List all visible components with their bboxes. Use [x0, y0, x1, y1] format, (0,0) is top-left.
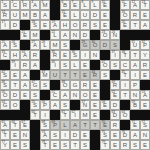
black-cell: [100, 80, 110, 90]
letter-cell[interactable]: 36S: [70, 50, 80, 60]
cell-letter: S: [61, 42, 69, 49]
letter-cell[interactable]: 4A: [30, 0, 40, 10]
black-cell: [0, 30, 10, 40]
letter-cell[interactable]: 69P: [50, 120, 60, 130]
letter-cell[interactable]: 71E: [130, 120, 140, 130]
letter-cell[interactable]: R: [120, 140, 130, 150]
letter-cell[interactable]: 61T: [60, 110, 70, 120]
cell-letter: T: [131, 22, 139, 29]
letter-cell[interactable]: 19A: [50, 20, 60, 30]
black-cell: [70, 100, 80, 110]
clue-number: 4: [32, 1, 34, 4]
letter-cell[interactable]: O: [10, 100, 20, 110]
cell-letter: E: [141, 72, 149, 79]
cell-letter: A: [131, 62, 139, 69]
letter-cell[interactable]: E: [10, 70, 20, 80]
clue-number: 51: [52, 91, 56, 94]
letter-cell[interactable]: E: [80, 60, 90, 70]
letter-cell[interactable]: 50O: [0, 90, 10, 100]
letter-cell[interactable]: S: [130, 140, 140, 150]
cell-letter: E: [21, 92, 29, 99]
clue-number: 17: [2, 21, 6, 24]
cell-letter: N: [131, 92, 139, 99]
letter-cell[interactable]: E: [90, 110, 100, 120]
black-cell: [10, 30, 20, 40]
letter-cell[interactable]: 56P: [40, 100, 50, 110]
letter-cell[interactable]: E: [100, 20, 110, 30]
letter-cell[interactable]: 35R: [50, 50, 60, 60]
letter-cell[interactable]: L: [70, 60, 80, 70]
letter-cell[interactable]: 59B: [130, 100, 140, 110]
cell-letter: S: [131, 142, 139, 149]
letter-cell[interactable]: A: [30, 60, 40, 70]
cell-letter: I: [41, 112, 49, 119]
letter-cell[interactable]: R: [130, 10, 140, 20]
cell-letter: B: [31, 12, 39, 19]
letter-cell[interactable]: N: [20, 130, 30, 140]
letter-cell[interactable]: T: [10, 80, 20, 90]
letter-cell[interactable]: D: [100, 40, 110, 50]
letter-cell[interactable]: 76D: [120, 130, 130, 140]
letter-cell[interactable]: S: [50, 130, 60, 140]
letter-cell[interactable]: 16O: [120, 10, 130, 20]
clue-number: 50: [2, 91, 6, 94]
cell-letter: H: [61, 22, 69, 29]
letter-cell[interactable]: G: [70, 80, 80, 90]
letter-cell[interactable]: 10E: [100, 0, 110, 10]
cell-letter: O: [71, 22, 79, 29]
letter-cell[interactable]: 23O: [100, 30, 110, 40]
black-cell: [90, 130, 100, 140]
letter-cell[interactable]: 20E: [120, 20, 130, 30]
clue-number: 53: [142, 91, 146, 94]
letter-cell[interactable]: A: [70, 120, 80, 130]
cell-letter: E: [41, 22, 49, 29]
black-cell: [100, 110, 110, 120]
clue-number: 64: [122, 111, 126, 114]
clue-number: 34: [22, 51, 26, 54]
cell-letter: S: [51, 132, 59, 139]
letter-cell[interactable]: N: [140, 130, 150, 140]
letter-cell[interactable]: 11F: [120, 0, 130, 10]
black-cell: [50, 10, 60, 20]
letter-cell[interactable]: E: [90, 90, 100, 100]
clue-number: 61: [62, 111, 66, 114]
letter-cell[interactable]: P: [130, 80, 140, 90]
black-cell: [20, 110, 30, 120]
letter-cell[interactable]: D: [10, 90, 20, 100]
cell-letter: E: [91, 82, 99, 89]
cell-letter: S: [31, 92, 39, 99]
letter-cell[interactable]: 47G: [30, 80, 40, 90]
cell-letter: I: [121, 82, 129, 89]
letter-cell[interactable]: 78T: [40, 140, 50, 150]
cell-letter: M: [81, 112, 89, 119]
black-cell: [10, 110, 20, 120]
letter-cell[interactable]: N: [130, 90, 140, 100]
black-cell: [30, 130, 40, 140]
letter-cell[interactable]: E: [140, 10, 150, 20]
letter-cell[interactable]: I: [60, 130, 70, 140]
letter-cell[interactable]: B: [30, 10, 40, 20]
clue-number: 55: [32, 101, 36, 104]
letter-cell[interactable]: 52E: [110, 90, 120, 100]
letter-cell[interactable]: S: [60, 100, 70, 110]
letter-cell[interactable]: 74A: [40, 130, 50, 140]
letter-cell[interactable]: I: [40, 110, 50, 120]
letter-cell[interactable]: N: [90, 50, 100, 60]
letter-cell[interactable]: S: [20, 140, 30, 150]
cell-letter: R: [81, 82, 89, 89]
clue-number: 30: [92, 41, 96, 44]
letter-cell[interactable]: D: [70, 130, 80, 140]
letter-cell[interactable]: 65A: [0, 120, 10, 130]
letter-cell[interactable]: E: [140, 70, 150, 80]
letter-cell[interactable]: 42S: [0, 70, 10, 80]
letter-cell[interactable]: R: [80, 20, 90, 30]
letter-cell[interactable]: R: [140, 60, 150, 70]
letter-cell[interactable]: S: [40, 80, 50, 90]
letter-cell[interactable]: E: [50, 140, 60, 150]
letter-cell[interactable]: A: [130, 60, 140, 70]
letter-cell[interactable]: 58E: [100, 100, 110, 110]
letter-cell[interactable]: D: [90, 10, 100, 20]
letter-cell[interactable]: S: [30, 90, 40, 100]
letter-cell[interactable]: S: [80, 140, 90, 150]
cell-letter: T: [71, 72, 79, 79]
black-cell: [40, 30, 50, 40]
letter-cell[interactable]: 70E: [100, 120, 110, 130]
clue-number: 72: [142, 121, 146, 124]
letter-cell[interactable]: M: [30, 30, 40, 40]
cell-letter: E: [51, 142, 59, 149]
letter-cell[interactable]: S: [60, 40, 70, 50]
letter-cell[interactable]: R: [20, 60, 30, 70]
letter-cell[interactable]: 38T: [120, 50, 130, 60]
letter-cell[interactable]: 28L: [40, 40, 50, 50]
letter-cell[interactable]: 44R: [90, 70, 100, 80]
letter-cell[interactable]: H: [60, 20, 70, 30]
letter-cell[interactable]: 2C: [10, 0, 20, 10]
clue-number: 22: [52, 31, 56, 34]
letter-cell[interactable]: 8L: [80, 0, 90, 10]
letter-cell[interactable]: A: [20, 80, 30, 90]
cell-letter: S: [61, 62, 69, 69]
cell-letter: M: [31, 32, 39, 39]
letter-cell[interactable]: L: [70, 10, 80, 20]
clue-number: 8: [82, 1, 84, 4]
letter-cell[interactable]: 15E: [60, 10, 70, 20]
letter-cell[interactable]: 55S: [30, 100, 40, 110]
letter-cell[interactable]: Y: [140, 50, 150, 60]
letter-cell[interactable]: 45T: [120, 70, 130, 80]
letter-cell[interactable]: 14R: [0, 10, 10, 20]
letter-cell[interactable]: 27A: [30, 40, 40, 50]
cell-letter: N: [71, 32, 79, 39]
letter-cell[interactable]: E: [140, 140, 150, 150]
letter-cell[interactable]: 32P: [140, 40, 150, 50]
black-cell: [90, 140, 100, 150]
letter-cell[interactable]: T: [60, 70, 70, 80]
cell-letter: E: [111, 142, 119, 149]
letter-cell[interactable]: R: [80, 80, 90, 90]
letter-cell[interactable]: E: [110, 130, 120, 140]
letter-cell[interactable]: S: [110, 40, 120, 50]
letter-cell[interactable]: T: [90, 120, 100, 130]
cell-letter: T: [71, 142, 79, 149]
clue-number: 5: [42, 1, 44, 4]
letter-cell[interactable]: D: [110, 100, 120, 110]
letter-cell[interactable]: D: [10, 20, 20, 30]
clue-number: 6: [62, 1, 64, 4]
clue-number: 78: [42, 141, 46, 144]
letter-cell[interactable]: T: [80, 120, 90, 130]
clue-number: 25: [2, 41, 6, 44]
cell-letter: S: [91, 22, 99, 29]
clue-number: 13: [142, 1, 146, 4]
letter-cell[interactable]: E: [60, 50, 70, 60]
cell-letter: E: [141, 102, 149, 109]
letter-cell[interactable]: 3R: [20, 0, 30, 10]
letter-cell[interactable]: O: [80, 90, 90, 100]
letter-cell[interactable]: U: [50, 70, 60, 80]
black-cell: [100, 50, 110, 60]
cell-letter: S: [111, 62, 119, 69]
clue-number: 57: [82, 101, 86, 104]
clue-number: 79: [102, 141, 106, 144]
letter-cell[interactable]: 6B: [60, 0, 70, 10]
letter-cell[interactable]: I: [130, 70, 140, 80]
letter-cell[interactable]: 60T: [30, 110, 40, 120]
clue-number: 16: [122, 11, 126, 14]
cell-letter: N: [71, 92, 79, 99]
letter-cell[interactable]: E: [80, 70, 90, 80]
letter-cell[interactable]: 73T: [0, 130, 10, 140]
cell-letter: R: [141, 62, 149, 69]
clue-number: 48: [62, 81, 66, 84]
clue-number: 37: [112, 51, 116, 54]
letter-cell[interactable]: 1S: [0, 0, 10, 10]
letter-cell[interactable]: I: [80, 50, 90, 60]
letter-cell[interactable]: 18S: [30, 20, 40, 30]
letter-cell[interactable]: U: [80, 10, 90, 20]
cell-letter: S: [81, 142, 89, 149]
letter-cell[interactable]: 68S: [40, 120, 50, 130]
letter-cell[interactable]: S: [110, 60, 120, 70]
letter-cell[interactable]: N: [70, 30, 80, 40]
letter-cell[interactable]: E: [10, 130, 20, 140]
letter-cell[interactable]: S: [90, 20, 100, 30]
letter-cell[interactable]: E: [110, 140, 120, 150]
letter-cell[interactable]: 39I: [10, 60, 20, 70]
letter-cell[interactable]: 54G: [0, 100, 10, 110]
letter-cell[interactable]: E: [90, 100, 100, 110]
letter-cell[interactable]: 24N: [110, 30, 120, 40]
black-cell: [50, 0, 60, 10]
letter-cell[interactable]: A: [50, 100, 60, 110]
letter-cell[interactable]: 25A: [0, 40, 10, 50]
letter-cell[interactable]: 7E: [70, 0, 80, 10]
black-cell: [40, 60, 50, 70]
letter-cell[interactable]: 43M: [40, 70, 50, 80]
letter-cell[interactable]: 62I: [70, 110, 80, 120]
letter-cell[interactable]: A: [140, 20, 150, 30]
clue-number: 29: [82, 41, 86, 44]
letter-cell[interactable]: 77Y: [0, 140, 10, 150]
cell-letter: O: [81, 92, 89, 99]
clue-number: 42: [2, 71, 6, 74]
letter-cell[interactable]: 12A: [130, 0, 140, 10]
clue-number: 44: [92, 71, 96, 74]
letter-cell[interactable]: U: [10, 10, 20, 20]
letter-cell[interactable]: 64O: [120, 110, 130, 120]
letter-cell[interactable]: 79T: [100, 140, 110, 150]
letter-cell[interactable]: N: [70, 90, 80, 100]
clue-number: 43: [42, 71, 46, 74]
cell-letter: S: [111, 42, 119, 49]
cell-letter: E: [91, 112, 99, 119]
clue-number: 33: [2, 51, 6, 54]
letter-cell[interactable]: 49R: [110, 80, 120, 90]
clue-number: 35: [52, 51, 56, 54]
cell-letter: T: [11, 82, 19, 89]
letter-cell[interactable]: E: [10, 140, 20, 150]
letter-cell[interactable]: 17I: [0, 20, 10, 30]
letter-cell[interactable]: R: [30, 50, 40, 60]
letter-cell[interactable]: T: [130, 50, 140, 60]
clue-number: 58: [102, 101, 106, 104]
letter-cell[interactable]: 29G: [80, 40, 90, 50]
letter-cell[interactable]: 57N: [80, 100, 90, 110]
letter-cell[interactable]: R: [110, 120, 120, 130]
letter-cell[interactable]: 5M: [40, 0, 50, 10]
black-cell: [130, 30, 140, 40]
clue-number: 56: [42, 101, 46, 104]
letter-cell[interactable]: 31U: [130, 40, 140, 50]
letter-cell[interactable]: M: [50, 40, 60, 50]
clue-number: 45: [122, 71, 126, 74]
cell-letter: D: [11, 92, 19, 99]
clue-number: 59: [132, 101, 136, 104]
clue-number: 54: [2, 101, 6, 104]
clue-number: 24: [112, 31, 116, 34]
letter-cell[interactable]: 26S: [10, 40, 20, 50]
letter-cell[interactable]: E: [80, 130, 90, 140]
clue-number: 38: [122, 51, 126, 54]
black-cell: [90, 60, 100, 70]
letter-cell[interactable]: 41O: [100, 60, 110, 70]
letter-cell[interactable]: E: [40, 20, 50, 30]
letter-cell[interactable]: T: [70, 70, 80, 80]
letter-cell[interactable]: A: [130, 130, 140, 140]
letter-cell[interactable]: A: [40, 10, 50, 20]
letter-cell[interactable]: 67E: [20, 120, 30, 130]
letter-cell[interactable]: 51C: [50, 90, 60, 100]
cell-letter: N: [21, 132, 29, 139]
letter-cell[interactable]: E: [100, 10, 110, 20]
letter-cell[interactable]: L: [60, 120, 70, 130]
cell-letter: E: [101, 12, 109, 19]
letter-cell[interactable]: A: [60, 90, 70, 100]
letter-cell[interactable]: 48O: [60, 80, 70, 90]
letter-cell[interactable]: M: [80, 110, 90, 120]
black-cell: [130, 110, 140, 120]
letter-cell[interactable]: E: [20, 90, 30, 100]
letter-cell[interactable]: S: [60, 60, 70, 70]
clue-number: 9: [92, 1, 94, 4]
letter-cell[interactable]: D: [80, 30, 90, 40]
letter-cell[interactable]: 63D: [110, 110, 120, 120]
letter-cell[interactable]: H: [10, 50, 20, 60]
letter-cell[interactable]: T: [120, 90, 130, 100]
letter-cell[interactable]: 53A: [140, 90, 150, 100]
letter-cell[interactable]: 22L: [50, 30, 60, 40]
clue-number: 76: [122, 131, 126, 134]
cell-letter: C: [121, 62, 129, 69]
clue-number: 23: [102, 31, 106, 34]
black-cell: [120, 120, 130, 130]
cell-letter: A: [41, 12, 49, 19]
letter-cell[interactable]: 34A: [20, 50, 30, 60]
black-cell: [110, 20, 120, 30]
black-cell: [140, 30, 150, 40]
letter-cell[interactable]: E: [90, 80, 100, 90]
letter-cell[interactable]: I: [120, 80, 130, 90]
black-cell: [30, 70, 40, 80]
letter-cell[interactable]: S: [60, 140, 70, 150]
letter-cell[interactable]: M: [20, 10, 30, 20]
letter-cell[interactable]: O: [70, 20, 80, 30]
clue-number: 49: [112, 81, 116, 84]
letter-cell[interactable]: A: [60, 30, 70, 40]
letter-cell[interactable]: 40I: [50, 60, 60, 70]
cell-letter: T: [121, 92, 129, 99]
letter-cell[interactable]: 72S: [140, 120, 150, 130]
letter-cell[interactable]: A: [20, 70, 30, 80]
letter-cell[interactable]: T: [70, 140, 80, 150]
cell-letter: T: [91, 122, 99, 129]
letter-cell[interactable]: 37I: [110, 50, 120, 60]
letter-cell[interactable]: 66T: [10, 120, 20, 130]
letter-cell[interactable]: C: [120, 60, 130, 70]
black-cell: [40, 90, 50, 100]
black-cell: [0, 110, 10, 120]
clue-number: 19: [52, 21, 56, 24]
letter-cell[interactable]: 21E: [20, 30, 30, 40]
letter-cell[interactable]: 9L: [90, 0, 100, 10]
cell-letter: U: [81, 12, 89, 19]
letter-cell[interactable]: 33C: [0, 50, 10, 60]
letter-cell[interactable]: 46S: [0, 80, 10, 90]
letter-cell[interactable]: E: [140, 100, 150, 110]
black-cell: [110, 10, 120, 20]
clue-number: 67: [22, 121, 26, 124]
clue-number: 1: [2, 1, 4, 4]
clue-number: 74: [42, 131, 46, 134]
black-cell: [140, 110, 150, 120]
cell-letter: N: [91, 52, 99, 59]
clue-number: 15: [62, 11, 66, 14]
cell-letter: H: [11, 52, 19, 59]
letter-cell[interactable]: 13T: [140, 0, 150, 10]
letter-cell[interactable]: 30O: [90, 40, 100, 50]
clue-number: 21: [22, 31, 26, 34]
cell-letter: R: [121, 142, 129, 149]
letter-cell[interactable]: T: [130, 20, 140, 30]
letter-cell[interactable]: 75S: [100, 130, 110, 140]
letter-cell[interactable]: S: [100, 70, 110, 80]
cell-letter: S: [61, 142, 69, 149]
